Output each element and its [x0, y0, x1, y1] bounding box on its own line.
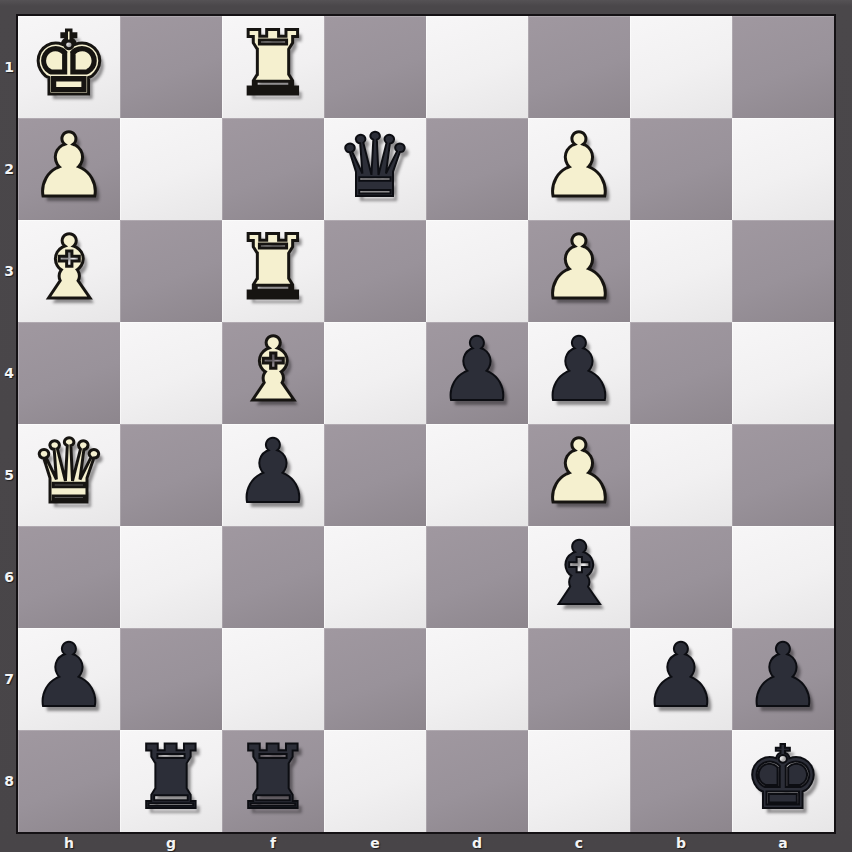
square-h3[interactable]: ♝ [18, 220, 120, 322]
square-g8[interactable]: ♜ [120, 730, 222, 832]
piece-white-pawn: ♟ [540, 428, 619, 516]
square-g3[interactable] [120, 220, 222, 322]
square-a3[interactable] [732, 220, 834, 322]
square-h1[interactable]: ♚ [18, 16, 120, 118]
square-h2[interactable]: ♟ [18, 118, 120, 220]
square-b4[interactable] [630, 322, 732, 424]
piece-white-rook: ♜ [234, 224, 313, 312]
square-a8[interactable]: ♚ [732, 730, 834, 832]
square-f1[interactable]: ♜ [222, 16, 324, 118]
square-b3[interactable] [630, 220, 732, 322]
square-b6[interactable] [630, 526, 732, 628]
square-e3[interactable] [324, 220, 426, 322]
rank-label-2: 2 [0, 118, 18, 220]
square-c7[interactable] [528, 628, 630, 730]
square-f3[interactable]: ♜ [222, 220, 324, 322]
square-e5[interactable] [324, 424, 426, 526]
square-g7[interactable] [120, 628, 222, 730]
square-d8[interactable] [426, 730, 528, 832]
rank-label-8: 8 [0, 730, 18, 832]
square-e6[interactable] [324, 526, 426, 628]
square-d6[interactable] [426, 526, 528, 628]
piece-black-pawn: ♟ [540, 326, 619, 414]
square-h4[interactable] [18, 322, 120, 424]
file-label-f: f [222, 834, 324, 852]
piece-white-pawn: ♟ [30, 122, 109, 210]
square-f8[interactable]: ♜ [222, 730, 324, 832]
file-label-c: c [528, 834, 630, 852]
piece-white-queen: ♛ [30, 428, 109, 516]
chess-board-frame: ♚♜♟♛♟♝♜♟♝♟♟♛♟♟♝♟♟♟♜♜♚ 12345678 hgfedcba [0, 0, 852, 852]
square-b7[interactable]: ♟ [630, 628, 732, 730]
square-f6[interactable] [222, 526, 324, 628]
piece-white-pawn: ♟ [540, 122, 619, 210]
square-g5[interactable] [120, 424, 222, 526]
square-f2[interactable] [222, 118, 324, 220]
square-f4[interactable]: ♝ [222, 322, 324, 424]
file-label-e: e [324, 834, 426, 852]
piece-white-king: ♚ [30, 20, 109, 108]
square-a7[interactable]: ♟ [732, 628, 834, 730]
rank-label-1: 1 [0, 16, 18, 118]
square-e1[interactable] [324, 16, 426, 118]
square-c5[interactable]: ♟ [528, 424, 630, 526]
piece-white-pawn: ♟ [540, 224, 619, 312]
square-b5[interactable] [630, 424, 732, 526]
rank-label-6: 6 [0, 526, 18, 628]
file-label-b: b [630, 834, 732, 852]
square-a2[interactable] [732, 118, 834, 220]
piece-black-pawn: ♟ [438, 326, 517, 414]
square-c4[interactable]: ♟ [528, 322, 630, 424]
piece-black-pawn: ♟ [234, 428, 313, 516]
square-h7[interactable]: ♟ [18, 628, 120, 730]
square-e2[interactable]: ♛ [324, 118, 426, 220]
file-label-a: a [732, 834, 834, 852]
file-label-d: d [426, 834, 528, 852]
square-a6[interactable] [732, 526, 834, 628]
piece-white-rook: ♜ [234, 20, 313, 108]
square-g4[interactable] [120, 322, 222, 424]
square-h5[interactable]: ♛ [18, 424, 120, 526]
square-h6[interactable] [18, 526, 120, 628]
rank-label-3: 3 [0, 220, 18, 322]
rank-label-5: 5 [0, 424, 18, 526]
piece-black-rook: ♜ [234, 734, 313, 822]
file-label-g: g [120, 834, 222, 852]
square-e8[interactable] [324, 730, 426, 832]
square-d1[interactable] [426, 16, 528, 118]
square-c8[interactable] [528, 730, 630, 832]
piece-black-pawn: ♟ [30, 632, 109, 720]
square-d4[interactable]: ♟ [426, 322, 528, 424]
piece-white-bishop: ♝ [30, 224, 109, 312]
square-c2[interactable]: ♟ [528, 118, 630, 220]
square-d3[interactable] [426, 220, 528, 322]
square-d5[interactable] [426, 424, 528, 526]
square-e7[interactable] [324, 628, 426, 730]
square-d7[interactable] [426, 628, 528, 730]
square-c1[interactable] [528, 16, 630, 118]
square-g1[interactable] [120, 16, 222, 118]
piece-white-bishop: ♝ [234, 326, 313, 414]
square-c3[interactable]: ♟ [528, 220, 630, 322]
piece-black-rook: ♜ [132, 734, 211, 822]
chess-board: ♚♜♟♛♟♝♜♟♝♟♟♛♟♟♝♟♟♟♜♜♚ [18, 16, 834, 832]
square-h8[interactable] [18, 730, 120, 832]
piece-black-queen: ♛ [336, 122, 415, 210]
square-a5[interactable] [732, 424, 834, 526]
square-b1[interactable] [630, 16, 732, 118]
rank-label-4: 4 [0, 322, 18, 424]
square-e4[interactable] [324, 322, 426, 424]
square-d2[interactable] [426, 118, 528, 220]
square-b2[interactable] [630, 118, 732, 220]
piece-black-pawn: ♟ [744, 632, 823, 720]
square-a4[interactable] [732, 322, 834, 424]
square-a1[interactable] [732, 16, 834, 118]
square-g2[interactable] [120, 118, 222, 220]
rank-label-7: 7 [0, 628, 18, 730]
piece-black-king: ♚ [744, 734, 823, 822]
square-f5[interactable]: ♟ [222, 424, 324, 526]
square-f7[interactable] [222, 628, 324, 730]
file-label-h: h [18, 834, 120, 852]
piece-black-pawn: ♟ [642, 632, 721, 720]
square-g6[interactable] [120, 526, 222, 628]
square-c6[interactable]: ♝ [528, 526, 630, 628]
piece-black-bishop: ♝ [540, 530, 619, 618]
square-b8[interactable] [630, 730, 732, 832]
